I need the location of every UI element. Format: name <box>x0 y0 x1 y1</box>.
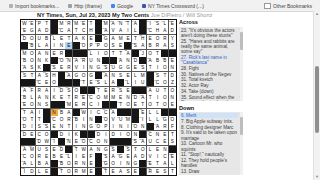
grid-cell[interactable]: A <box>36 50 43 57</box>
grid-cell[interactable]: 116S <box>102 153 109 160</box>
grid-cell[interactable]: L <box>132 72 139 79</box>
grid-cell[interactable]: G <box>124 64 131 71</box>
grid-cell[interactable]: E <box>88 79 95 86</box>
grid-cell[interactable]: 45A <box>21 64 28 71</box>
grid-cell[interactable]: 25G <box>102 35 109 42</box>
grid-cell[interactable]: O <box>110 160 117 167</box>
grid-cell[interactable]: A <box>88 146 95 153</box>
window-scrollbar[interactable]: ▲ ▼ <box>313 11 320 180</box>
grid-cell[interactable]: 108A <box>21 146 28 153</box>
grid-cell[interactable]: N <box>95 146 102 153</box>
grid-cell[interactable]: B <box>147 42 154 49</box>
grid-cell[interactable]: 40A <box>117 57 124 64</box>
grid-cell[interactable]: O <box>124 131 131 138</box>
grid-cell[interactable]: E <box>51 50 58 57</box>
grid-cell[interactable]: N <box>58 123 65 130</box>
grid-cell[interactable]: 120B <box>58 160 65 167</box>
clue-item[interactable]: 27. Rick's last name in "Casablanca" <box>181 55 238 65</box>
grid-cell[interactable]: 96A <box>154 123 161 130</box>
clue-item[interactable]: 34. Take (down) <box>181 89 238 94</box>
grid-cell[interactable]: D <box>169 72 176 79</box>
grid-cell[interactable]: I <box>80 116 87 123</box>
grid-cell[interactable]: A <box>65 109 72 116</box>
grid-cell[interactable]: N <box>132 131 139 138</box>
grid-cell[interactable]: G <box>88 123 95 130</box>
grid-cell[interactable]: 21A <box>102 27 109 34</box>
grid-cell[interactable]: I <box>124 123 131 130</box>
grid-cell[interactable]: C <box>88 101 95 108</box>
grid-cell[interactable]: 14A <box>132 20 139 27</box>
grid-cell[interactable]: E <box>58 64 65 71</box>
grid-cell[interactable]: L <box>102 79 109 86</box>
grid-cell[interactable]: R <box>110 87 117 94</box>
grid-cell[interactable]: R <box>161 123 168 130</box>
grid-cell[interactable]: U <box>36 35 43 42</box>
grid-cell[interactable]: N <box>124 94 131 101</box>
grid-cell[interactable]: R <box>154 42 161 49</box>
grid-cell[interactable]: E <box>154 146 161 153</box>
grid-cell[interactable]: I <box>36 109 43 116</box>
grid-cell[interactable]: 35B <box>21 57 28 64</box>
grid-cell[interactable]: 7M <box>73 20 80 27</box>
grid-cell[interactable]: 28O <box>80 42 87 49</box>
grid-cell[interactable]: 107A <box>139 138 146 145</box>
grid-cell[interactable]: R <box>36 87 43 94</box>
grid-cell[interactable]: O <box>154 35 161 42</box>
scrollbar-thumb[interactable] <box>315 66 319 133</box>
grid-cell[interactable]: 20C <box>58 27 65 34</box>
grid-cell[interactable]: 56T <box>80 79 87 86</box>
grid-cell[interactable]: O <box>95 94 102 101</box>
clue-item[interactable]: 25. "Hares and rabbits are really the sa… <box>181 39 238 55</box>
grid-cell[interactable]: L <box>154 109 161 116</box>
grid-cell[interactable]: G <box>28 27 35 34</box>
grid-cell[interactable]: 26H <box>139 35 146 42</box>
grid-cell[interactable]: N <box>154 131 161 138</box>
grid-cell[interactable]: T <box>169 131 176 138</box>
grid-cell[interactable]: 77N <box>51 109 58 116</box>
grid-cell[interactable]: S <box>117 72 124 79</box>
grid-cell[interactable]: O <box>102 42 109 49</box>
grid-cell[interactable]: T <box>147 94 154 101</box>
grid-cell[interactable]: E <box>110 168 117 175</box>
grid-cell[interactable]: 123I <box>21 168 28 175</box>
grid-cell[interactable]: 51S <box>43 72 50 79</box>
grid-cell[interactable]: 81A <box>110 109 117 116</box>
grid-cell[interactable]: 74M <box>65 101 72 108</box>
grid-cell[interactable]: 23D <box>21 35 28 42</box>
grid-cell[interactable]: F <box>88 153 95 160</box>
grid-cell[interactable]: 91O <box>169 116 176 123</box>
grid-cell[interactable]: O <box>80 72 87 79</box>
grid-cell[interactable]: 100C <box>147 131 154 138</box>
grid-cell[interactable]: A <box>65 27 72 34</box>
grid-cell[interactable]: K <box>80 35 87 42</box>
grid-cell[interactable]: 88M <box>124 116 131 123</box>
grid-cell[interactable]: E <box>88 160 95 167</box>
grid-cell[interactable]: 9T <box>88 20 95 27</box>
grid-cell[interactable]: 4T <box>43 20 50 27</box>
grid-cell[interactable]: 89I <box>139 116 146 123</box>
grid-cell[interactable]: 83O <box>21 116 28 123</box>
grid-cell[interactable]: A <box>110 35 117 42</box>
grid-cell[interactable]: E <box>88 168 95 175</box>
grid-cell[interactable]: B <box>51 153 58 160</box>
grid-cell[interactable]: L <box>154 116 161 123</box>
grid-cell[interactable]: E <box>169 101 176 108</box>
grid-cell[interactable]: 111T <box>73 146 80 153</box>
grid-cell[interactable]: L <box>36 42 43 49</box>
grid-cell[interactable]: 50S <box>21 72 28 79</box>
grid-cell[interactable]: 63S <box>65 87 72 94</box>
grid-cell[interactable]: 78B <box>58 109 65 116</box>
grid-cell[interactable]: 84C <box>51 116 58 123</box>
grid-cell[interactable]: 16S <box>154 20 161 27</box>
grid-cell[interactable]: C <box>80 27 87 34</box>
grid-cell[interactable]: I <box>154 64 161 71</box>
grid-cell[interactable]: 61F <box>28 87 35 94</box>
grid-cell[interactable]: N <box>36 57 43 64</box>
grid-cell[interactable]: D <box>169 27 176 34</box>
grid-cell[interactable]: E <box>124 153 131 160</box>
grid-cell[interactable]: I <box>73 123 80 130</box>
grid-cell[interactable]: 8E <box>80 20 87 27</box>
grid-cell[interactable]: 114C <box>21 153 28 160</box>
grid-cell[interactable]: R <box>58 50 65 57</box>
grid-cell[interactable]: W <box>43 138 50 145</box>
grid-cell[interactable]: C <box>161 153 168 160</box>
grid-cell[interactable]: 44E <box>169 57 176 64</box>
grid-cell[interactable]: L <box>147 146 154 153</box>
grid-cell[interactable]: N <box>161 146 168 153</box>
bookmark-item[interactable]: Import bookmarks... <box>9 3 59 9</box>
clue-item[interactable]: 35. Sound effect when the Stooges whappe… <box>181 95 238 101</box>
grid-cell[interactable]: T <box>65 123 72 130</box>
grid-cell[interactable]: A <box>161 42 168 49</box>
grid-cell[interactable]: O <box>58 116 65 123</box>
grid-cell[interactable]: 12N <box>117 20 124 27</box>
grid-cell[interactable]: 10M <box>102 20 109 27</box>
grid-cell[interactable]: A <box>117 168 124 175</box>
grid-cell[interactable]: N <box>124 160 131 167</box>
grid-cell[interactable]: F <box>169 123 176 130</box>
grid-cell[interactable]: N <box>88 64 95 71</box>
grid-cell[interactable]: L <box>147 109 154 116</box>
grid-cell[interactable]: 57S <box>95 79 102 86</box>
grid-cell[interactable]: 60A <box>21 87 28 94</box>
grid-cell[interactable]: N <box>80 160 87 167</box>
grid-cell[interactable]: N <box>80 123 87 130</box>
grid-cell[interactable]: C <box>36 131 43 138</box>
grid-cell[interactable]: R <box>65 116 72 123</box>
grid-cell[interactable]: Y <box>169 35 176 42</box>
clue-item[interactable]: 30. Natives of the Negev <box>181 72 238 77</box>
grid-cell[interactable]: E <box>147 35 154 42</box>
grid-cell[interactable]: A <box>43 160 50 167</box>
clue-item[interactable]: 32. Actor Ray <box>181 83 238 88</box>
grid-cell[interactable]: E <box>154 168 161 175</box>
grid-cell[interactable]: O <box>51 79 58 86</box>
grid-cell[interactable]: E <box>161 131 168 138</box>
grid-cell[interactable]: D <box>43 27 50 34</box>
grid-cell[interactable]: 98D <box>58 131 65 138</box>
grid-cell[interactable]: E <box>73 101 80 108</box>
grid-cell[interactable]: O <box>43 131 50 138</box>
grid-cell[interactable]: I <box>124 27 131 34</box>
grid-cell[interactable]: 117G <box>117 153 124 160</box>
grid-cell[interactable]: A <box>110 153 117 160</box>
grid-cell[interactable]: T <box>132 146 139 153</box>
grid-cell[interactable]: M <box>139 72 146 79</box>
grid-cell[interactable]: I <box>95 50 102 57</box>
grid-cell[interactable]: I <box>154 94 161 101</box>
grid-cell[interactable]: T <box>132 35 139 42</box>
grid-cell[interactable]: K <box>51 94 58 101</box>
grid-cell[interactable]: D <box>28 168 35 175</box>
grid-cell[interactable]: S <box>169 42 176 49</box>
grid-cell[interactable]: I <box>154 153 161 160</box>
grid-cell[interactable]: O <box>169 87 176 94</box>
grid-cell[interactable]: N <box>139 123 146 130</box>
grid-cell[interactable]: R <box>36 153 43 160</box>
clue-item[interactable]: 11. "Stop!," nautically <box>181 152 238 157</box>
grid-cell[interactable]: 2E <box>28 20 35 27</box>
grid-cell[interactable]: T <box>139 101 146 108</box>
grid-cell[interactable]: 19E <box>21 27 28 34</box>
grid-cell[interactable]: H <box>51 72 58 79</box>
grid-cell[interactable]: O <box>28 57 35 64</box>
grid-cell[interactable]: C <box>95 109 102 116</box>
grid-cell[interactable]: 71D <box>132 94 139 101</box>
grid-cell[interactable]: 121G <box>102 160 109 167</box>
grid-cell[interactable]: 62D <box>58 87 65 94</box>
clue-list-scrollbar[interactable] <box>240 112 243 175</box>
grid-cell[interactable]: E <box>58 153 65 160</box>
clue-scrollbar-thumb[interactable] <box>240 32 242 50</box>
grid-cell[interactable]: E <box>117 42 124 49</box>
clue-item[interactable]: 7. Big Apple subway inits. <box>181 119 238 124</box>
grid-cell[interactable]: N <box>169 94 176 101</box>
grid-cell[interactable]: I <box>95 101 102 108</box>
clue-item[interactable]: 23. "It's obvious the actors aren't doin… <box>181 28 238 38</box>
grid-cell[interactable]: 87U <box>117 116 124 123</box>
clue-item[interactable]: 13. Draw <box>181 169 238 174</box>
grid-cell[interactable]: 68B <box>21 94 28 101</box>
grid-cell[interactable]: 105C <box>88 138 95 145</box>
grid-cell[interactable]: L <box>147 116 154 123</box>
across-clue-list[interactable]: ▲ ▼ 23. "It's obvious the actors aren't … <box>179 27 243 101</box>
grid-cell[interactable]: A <box>161 160 168 167</box>
grid-cell[interactable]: O <box>65 160 72 167</box>
grid-cell[interactable]: L <box>36 168 43 175</box>
grid-cell[interactable]: 31M <box>21 50 28 57</box>
grid-cell[interactable]: O <box>102 50 109 57</box>
grid-cell[interactable]: E <box>28 131 35 138</box>
grid-cell[interactable]: E <box>132 64 139 71</box>
grid-cell[interactable]: O <box>28 35 35 42</box>
clue-item[interactable]: 28. Fight <box>181 66 238 71</box>
grid-cell[interactable]: I <box>73 153 80 160</box>
grid-cell[interactable]: 11A <box>110 20 117 27</box>
grid-cell[interactable]: 33A <box>124 50 131 57</box>
grid-cell[interactable]: K <box>36 64 43 71</box>
grid-cell[interactable]: 86O <box>102 116 109 123</box>
grid-cell[interactable]: B <box>36 160 43 167</box>
grid-cell[interactable]: I <box>51 42 58 49</box>
grid-cell[interactable]: B <box>154 57 161 64</box>
grid-cell[interactable]: 49S <box>139 64 146 71</box>
grid-cell[interactable]: 113S <box>124 146 131 153</box>
grid-cell[interactable]: 1W <box>21 20 28 27</box>
crossword-grid[interactable]: 1W2E3P4T5M6R7M8E9T10M11A12N13T14A15I16S1… <box>20 19 177 176</box>
grid-cell[interactable]: O <box>147 50 154 57</box>
grid-cell[interactable]: 29P <box>95 42 102 49</box>
grid-cell[interactable]: T <box>154 101 161 108</box>
grid-cell[interactable]: K <box>73 131 80 138</box>
grid-cell[interactable]: 43B <box>161 57 168 64</box>
grid-cell[interactable]: S <box>110 42 117 49</box>
grid-cell[interactable]: 54S <box>154 72 161 79</box>
grid-cell[interactable]: T <box>73 27 80 34</box>
grid-cell[interactable]: 109M <box>28 146 35 153</box>
clue-item[interactable]: 6. Merit <box>181 113 238 118</box>
grid-cell[interactable]: V <box>147 153 154 160</box>
grid-cell[interactable]: T <box>147 64 154 71</box>
grid-cell[interactable]: N <box>43 50 50 57</box>
grid-cell[interactable]: E <box>124 72 131 79</box>
grid-cell[interactable]: N <box>95 57 102 64</box>
grid-cell[interactable]: D <box>139 153 146 160</box>
grid-cell[interactable]: 17L <box>161 20 168 27</box>
grid-cell[interactable]: 66S <box>117 87 124 94</box>
grid-cell[interactable]: T <box>28 72 35 79</box>
grid-cell[interactable]: A <box>132 153 139 160</box>
grid-cell[interactable]: 103N <box>65 138 72 145</box>
grid-cell[interactable]: G <box>102 146 109 153</box>
grid-cell[interactable]: 124T <box>58 168 65 175</box>
grid-cell[interactable]: E <box>51 123 58 130</box>
grid-cell[interactable]: 112S <box>110 146 117 153</box>
grid-cell[interactable]: T <box>28 116 35 123</box>
grid-cell[interactable]: M <box>110 94 117 101</box>
grid-cell[interactable]: T <box>161 87 168 94</box>
grid-cell[interactable]: 34J <box>139 50 146 57</box>
grid-cell[interactable]: E <box>117 94 124 101</box>
grid-cell[interactable]: N <box>110 72 117 79</box>
grid-cell[interactable]: E <box>102 87 109 94</box>
grid-cell[interactable]: O <box>28 153 35 160</box>
grid-cell[interactable]: O <box>139 146 146 153</box>
grid-cell[interactable]: I <box>102 131 109 138</box>
grid-cell[interactable]: I <box>88 109 95 116</box>
grid-cell[interactable]: 67A <box>147 87 154 94</box>
grid-cell[interactable]: 39R <box>80 57 87 64</box>
grid-cell[interactable]: L <box>28 160 35 167</box>
grid-cell[interactable]: I <box>117 160 124 167</box>
grid-cell[interactable]: N <box>169 64 176 71</box>
grid-cell[interactable]: S <box>169 138 176 145</box>
grid-cell[interactable]: T <box>110 50 117 57</box>
grid-cell[interactable]: A <box>110 79 117 86</box>
grid-cell[interactable]: V <box>110 27 117 34</box>
grid-cell[interactable]: 65T <box>95 87 102 94</box>
clue-item[interactable]: 9. It's said to be taken upon marriage <box>181 130 238 140</box>
clue-scrollbar-thumb[interactable] <box>240 117 242 135</box>
grid-cell[interactable]: 55C <box>36 79 43 86</box>
grid-cell[interactable]: I <box>117 131 124 138</box>
clue-item[interactable]: 31. Total kvetch <box>181 77 238 82</box>
grid-cell[interactable]: A <box>73 35 80 42</box>
grid-cell[interactable]: N <box>117 123 124 130</box>
clue-item[interactable]: 8. Clothing designer Marc <box>181 125 238 130</box>
grid-cell[interactable]: 6R <box>65 20 72 27</box>
grid-cell[interactable]: G <box>117 64 124 71</box>
grid-cell[interactable]: U <box>147 138 154 145</box>
bookmark-item[interactable]: Google <box>111 3 133 9</box>
grid-cell[interactable]: E <box>43 153 50 160</box>
grid-cell[interactable]: R <box>73 94 80 101</box>
grid-cell[interactable]: E <box>43 168 50 175</box>
grid-cell[interactable]: I <box>80 64 87 71</box>
grid-cell[interactable]: N <box>124 57 131 64</box>
grid-cell[interactable]: I <box>110 123 117 130</box>
grid-cell[interactable]: E <box>88 35 95 42</box>
grid-cell[interactable]: E <box>161 138 168 145</box>
grid-cell[interactable]: 69E <box>80 94 87 101</box>
grid-cell[interactable]: N <box>88 116 95 123</box>
grid-cell[interactable]: L <box>132 27 139 34</box>
grid-cell[interactable]: G <box>95 64 102 71</box>
grid-cell[interactable]: O <box>65 168 72 175</box>
grid-cell[interactable]: T <box>65 94 72 101</box>
grid-cell[interactable]: 119A <box>21 160 28 167</box>
grid-cell[interactable]: H <box>154 27 161 34</box>
grid-cell[interactable]: S <box>43 146 50 153</box>
grid-cell[interactable]: 99D <box>95 131 102 138</box>
grid-cell[interactable]: I <box>132 79 139 86</box>
grid-cell[interactable]: A <box>139 42 146 49</box>
grid-cell[interactable]: R <box>65 64 72 71</box>
grid-cell[interactable]: P <box>102 123 109 130</box>
bookmark-item[interactable]: NY Times Crossword (...) <box>142 3 204 9</box>
grid-cell[interactable]: U <box>154 87 161 94</box>
grid-cell[interactable]: O <box>161 94 168 101</box>
grid-cell[interactable]: O <box>28 101 35 108</box>
grid-cell[interactable]: 104O <box>80 138 87 145</box>
grid-cell[interactable]: 38A <box>73 57 80 64</box>
grid-cell[interactable]: 59C <box>154 79 161 86</box>
grid-cell[interactable]: S <box>43 101 50 108</box>
clue-list-scrollbar[interactable] <box>240 27 243 101</box>
grid-cell[interactable]: 106S <box>132 138 139 145</box>
grid-cell[interactable]: 90G <box>161 116 168 123</box>
scrollbar-up-arrow-icon[interactable]: ▲ <box>314 11 320 17</box>
grid-cell[interactable]: U <box>88 57 95 64</box>
grid-cell[interactable]: 125T <box>102 168 109 175</box>
grid-cell[interactable]: G <box>132 160 139 167</box>
grid-cell[interactable]: E <box>80 153 87 160</box>
grid-cell[interactable]: 94O <box>95 123 102 130</box>
grid-cell[interactable]: 18E <box>169 20 176 27</box>
grid-cell[interactable]: C <box>154 138 161 145</box>
grid-cell[interactable]: E <box>51 146 58 153</box>
grid-cell[interactable]: 37N <box>65 57 72 64</box>
grid-cell[interactable]: 22C <box>147 27 154 34</box>
grid-cell[interactable]: N <box>36 101 43 108</box>
grid-cell[interactable]: E <box>124 35 131 42</box>
grid-cell[interactable]: A <box>36 94 43 101</box>
grid-cell[interactable]: R <box>80 101 87 108</box>
